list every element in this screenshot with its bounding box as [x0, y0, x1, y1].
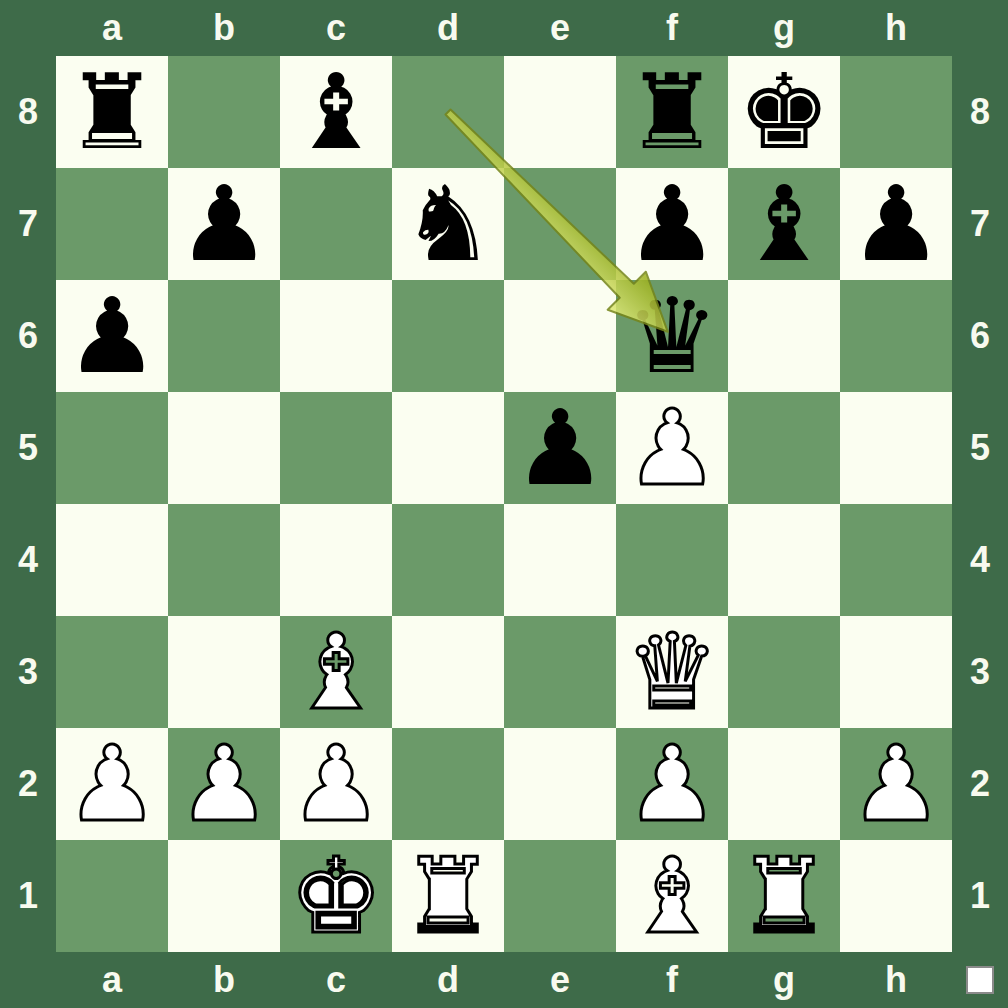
rank-label-left-4: 4 — [0, 504, 56, 616]
file-label-top-f: f — [616, 0, 728, 56]
square-g6[interactable] — [728, 280, 840, 392]
square-a7[interactable] — [56, 168, 168, 280]
white-pawn-c2[interactable]: ♟ — [289, 728, 382, 840]
square-g7[interactable]: ♝ — [728, 168, 840, 280]
file-label-top-e: e — [504, 0, 616, 56]
square-f2[interactable]: ♟ — [616, 728, 728, 840]
square-a8[interactable]: ♜ — [56, 56, 168, 168]
white-rook-g1[interactable]: ♜ — [737, 840, 830, 952]
rank-label-left-1: 1 — [0, 840, 56, 952]
square-b7[interactable]: ♟ — [168, 168, 280, 280]
square-e5[interactable]: ♟ — [504, 392, 616, 504]
square-h2[interactable]: ♟ — [840, 728, 952, 840]
square-f3[interactable]: ♛ — [616, 616, 728, 728]
rank-label-right-3: 3 — [952, 616, 1008, 728]
white-pawn-f5[interactable]: ♟ — [625, 392, 718, 504]
file-label-top-g: g — [728, 0, 840, 56]
rank-label-left-5: 5 — [0, 392, 56, 504]
rank-label-left-6: 6 — [0, 280, 56, 392]
square-h1[interactable] — [840, 840, 952, 952]
square-h7[interactable]: ♟ — [840, 168, 952, 280]
black-queen-f6[interactable]: ♛ — [625, 280, 718, 392]
square-c6[interactable] — [280, 280, 392, 392]
black-bishop-g7[interactable]: ♝ — [737, 168, 830, 280]
file-label-top-b: b — [168, 0, 280, 56]
square-c8[interactable]: ♝ — [280, 56, 392, 168]
file-label-top-h: h — [840, 0, 952, 56]
square-a2[interactable]: ♟ — [56, 728, 168, 840]
rank-label-right-7: 7 — [952, 168, 1008, 280]
white-pawn-a2[interactable]: ♟ — [65, 728, 158, 840]
black-rook-f8[interactable]: ♜ — [625, 56, 718, 168]
file-label-bottom-b: b — [168, 952, 280, 1008]
square-d7[interactable]: ♞ — [392, 168, 504, 280]
board-corner — [0, 952, 56, 1008]
square-h6[interactable] — [840, 280, 952, 392]
square-e8[interactable] — [504, 56, 616, 168]
rank-label-right-8: 8 — [952, 56, 1008, 168]
square-g8[interactable]: ♚ — [728, 56, 840, 168]
chess-board: abcdefgh8♜♝♜♚87♟♞♟♝♟76♟♛65♟♟5443♝♛32♟♟♟♟… — [0, 0, 1008, 1008]
square-b6[interactable] — [168, 280, 280, 392]
black-pawn-e5[interactable]: ♟ — [513, 392, 606, 504]
rank-label-left-2: 2 — [0, 728, 56, 840]
square-c1[interactable]: ♚ — [280, 840, 392, 952]
square-b4[interactable] — [168, 504, 280, 616]
square-e4[interactable] — [504, 504, 616, 616]
file-label-bottom-h: h — [840, 952, 952, 1008]
square-d6[interactable] — [392, 280, 504, 392]
white-pawn-b2[interactable]: ♟ — [177, 728, 270, 840]
white-queen-f3[interactable]: ♛ — [625, 616, 718, 728]
square-e7[interactable] — [504, 168, 616, 280]
side-to-move-indicator — [966, 966, 994, 994]
rank-label-left-7: 7 — [0, 168, 56, 280]
white-bishop-c3[interactable]: ♝ — [289, 616, 382, 728]
square-b3[interactable] — [168, 616, 280, 728]
white-pawn-h2[interactable]: ♟ — [849, 728, 942, 840]
file-label-bottom-e: e — [504, 952, 616, 1008]
square-g3[interactable] — [728, 616, 840, 728]
square-f1[interactable]: ♝ — [616, 840, 728, 952]
file-label-bottom-a: a — [56, 952, 168, 1008]
square-h3[interactable] — [840, 616, 952, 728]
square-c7[interactable] — [280, 168, 392, 280]
square-h4[interactable] — [840, 504, 952, 616]
white-pawn-f2[interactable]: ♟ — [625, 728, 718, 840]
file-label-bottom-c: c — [280, 952, 392, 1008]
rank-label-right-6: 6 — [952, 280, 1008, 392]
board-corner — [952, 0, 1008, 56]
black-pawn-f7[interactable]: ♟ — [625, 168, 718, 280]
square-a3[interactable] — [56, 616, 168, 728]
square-f7[interactable]: ♟ — [616, 168, 728, 280]
square-f4[interactable] — [616, 504, 728, 616]
rank-label-right-5: 5 — [952, 392, 1008, 504]
black-king-g8[interactable]: ♚ — [737, 56, 830, 168]
square-h8[interactable] — [840, 56, 952, 168]
file-label-top-c: c — [280, 0, 392, 56]
square-c5[interactable] — [280, 392, 392, 504]
square-c2[interactable]: ♟ — [280, 728, 392, 840]
black-pawn-b7[interactable]: ♟ — [177, 168, 270, 280]
square-f8[interactable]: ♜ — [616, 56, 728, 168]
rank-label-right-1: 1 — [952, 840, 1008, 952]
black-bishop-c8[interactable]: ♝ — [289, 56, 382, 168]
square-d3[interactable] — [392, 616, 504, 728]
square-b5[interactable] — [168, 392, 280, 504]
rank-label-right-2: 2 — [952, 728, 1008, 840]
file-label-top-a: a — [56, 0, 168, 56]
rank-label-left-3: 3 — [0, 616, 56, 728]
white-rook-d1[interactable]: ♜ — [401, 840, 494, 952]
white-king-c1[interactable]: ♚ — [289, 840, 382, 952]
file-label-bottom-g: g — [728, 952, 840, 1008]
black-rook-a8[interactable]: ♜ — [65, 56, 158, 168]
square-a1[interactable] — [56, 840, 168, 952]
square-d2[interactable] — [392, 728, 504, 840]
file-label-bottom-f: f — [616, 952, 728, 1008]
square-a6[interactable]: ♟ — [56, 280, 168, 392]
square-b1[interactable] — [168, 840, 280, 952]
square-g4[interactable] — [728, 504, 840, 616]
square-e6[interactable] — [504, 280, 616, 392]
square-g2[interactable] — [728, 728, 840, 840]
white-bishop-f1[interactable]: ♝ — [625, 840, 718, 952]
board-corner — [0, 0, 56, 56]
rank-label-right-4: 4 — [952, 504, 1008, 616]
square-c3[interactable]: ♝ — [280, 616, 392, 728]
square-b8[interactable] — [168, 56, 280, 168]
square-c4[interactable] — [280, 504, 392, 616]
file-label-bottom-d: d — [392, 952, 504, 1008]
square-f6[interactable]: ♛ — [616, 280, 728, 392]
square-e1[interactable] — [504, 840, 616, 952]
black-knight-d7[interactable]: ♞ — [401, 168, 494, 280]
square-f5[interactable]: ♟ — [616, 392, 728, 504]
square-e3[interactable] — [504, 616, 616, 728]
square-g1[interactable]: ♜ — [728, 840, 840, 952]
square-g5[interactable] — [728, 392, 840, 504]
square-d4[interactable] — [392, 504, 504, 616]
square-h5[interactable] — [840, 392, 952, 504]
square-a5[interactable] — [56, 392, 168, 504]
square-b2[interactable]: ♟ — [168, 728, 280, 840]
black-pawn-a6[interactable]: ♟ — [65, 280, 158, 392]
square-e2[interactable] — [504, 728, 616, 840]
chess-diagram: abcdefgh8♜♝♜♚87♟♞♟♝♟76♟♛65♟♟5443♝♛32♟♟♟♟… — [0, 0, 1008, 1008]
square-d1[interactable]: ♜ — [392, 840, 504, 952]
file-label-top-d: d — [392, 0, 504, 56]
square-d5[interactable] — [392, 392, 504, 504]
square-d8[interactable] — [392, 56, 504, 168]
black-pawn-h7[interactable]: ♟ — [849, 168, 942, 280]
square-a4[interactable] — [56, 504, 168, 616]
rank-label-left-8: 8 — [0, 56, 56, 168]
